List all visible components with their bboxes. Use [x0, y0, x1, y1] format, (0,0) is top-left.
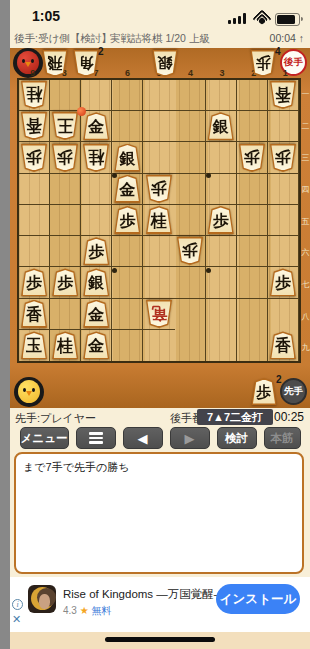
board-square-2一[interactable] [237, 80, 268, 111]
rank-label-二: 二 [301, 121, 310, 132]
board-square-5一[interactable] [143, 80, 174, 111]
rank-label-一: 一 [301, 89, 310, 100]
forward-button: ▶ [170, 427, 210, 449]
board-square-4二[interactable] [175, 111, 206, 142]
board-square-8七[interactable]: 歩 [50, 267, 81, 298]
piece-sente-歩[interactable]: 歩 [114, 206, 141, 234]
rank-label-九: 九 [301, 342, 310, 353]
board-square-1七[interactable]: 歩 [268, 267, 299, 298]
board-square-7五[interactable] [81, 205, 112, 236]
star-point [112, 268, 117, 273]
piece-gote-王[interactable]: 王 [52, 112, 79, 140]
hand-piece-gote-歩[interactable]: 歩 [250, 50, 276, 77]
sente-clock: 00:25 [274, 410, 304, 424]
board-square-2三[interactable]: 歩 [237, 142, 268, 173]
board-square-8四[interactable] [50, 174, 81, 205]
board-square-1四[interactable] [268, 174, 299, 205]
ad-app-icon[interactable] [28, 585, 56, 613]
piece-sente-香[interactable]: 香 [269, 331, 296, 359]
piece-sente-歩[interactable]: 歩 [52, 268, 79, 296]
piece-sente-桂[interactable]: 桂 [145, 206, 172, 234]
app-screen: 1:05 後手:受け側【検討】 実戦詰将棋 1/20 上級 00:04 ↑ 飛角… [10, 0, 310, 649]
last-move-badge: 7▲7二金打 [197, 409, 273, 425]
ad-info-icon[interactable]: i [12, 599, 23, 610]
menu-button[interactable]: メニュー [20, 427, 69, 449]
piece-sente-歩[interactable]: 歩 [83, 237, 110, 265]
board-square-4一[interactable] [175, 80, 206, 111]
board-square-2四[interactable] [237, 174, 268, 205]
piece-sente-銀[interactable]: 銀 [207, 112, 234, 140]
board-square-5二[interactable] [143, 111, 174, 142]
board-square-2二[interactable] [237, 111, 268, 142]
up-arrow-icon: ↑ [299, 32, 304, 44]
analyze-button[interactable]: 検討 [217, 427, 257, 449]
board-square-2六[interactable] [237, 236, 268, 267]
piece-sente-銀[interactable]: 銀 [114, 144, 141, 172]
ad-banner: i ✕ Rise of Kingdoms ―万国覚醒― 4.3 ★ 無料 インス… [10, 577, 310, 632]
result-text: まで7手で先手の勝ち [23, 461, 129, 473]
board-square-1九[interactable]: 香 [268, 330, 299, 361]
board-square-7七[interactable]: 銀 [81, 267, 112, 298]
board-square-5七[interactable] [143, 267, 174, 298]
board-square-1五[interactable] [268, 205, 299, 236]
piece-gote-歩[interactable]: 歩 [52, 144, 79, 172]
control-button-row: メニュー◀▶検討本筋 [10, 427, 310, 451]
piece-gote-香[interactable]: 香 [269, 81, 296, 109]
board-square-1六[interactable] [268, 236, 299, 267]
piece-sente-金[interactable]: 金 [83, 112, 110, 140]
board-square-1一[interactable]: 香 [268, 80, 299, 111]
game-info-row: 先手:プレイヤー 後手番 7▲7二金打 00:25 [10, 408, 310, 426]
file-label-9: 9 [23, 68, 43, 78]
board-square-5四[interactable]: 歩 [143, 174, 174, 205]
board-square-4七[interactable] [175, 267, 206, 298]
board-square-6三[interactable]: 銀 [112, 142, 143, 173]
sente-chick-icon [18, 380, 40, 403]
ad-price: 無料 [91, 605, 111, 616]
board-square-5九[interactable] [143, 330, 174, 361]
rank-label-三: 三 [301, 152, 310, 163]
board-square-7二[interactable]: 金 [81, 111, 112, 142]
piece-gote-歩[interactable]: 歩 [176, 237, 203, 265]
board-square-2八[interactable] [237, 299, 268, 330]
board-square-2七[interactable] [237, 267, 268, 298]
hand-count: 2 [98, 46, 104, 57]
rank-label-四: 四 [301, 184, 310, 195]
board-square-6九[interactable] [112, 330, 143, 361]
board-square-6六[interactable] [112, 236, 143, 267]
board-square-3六[interactable] [206, 236, 237, 267]
list-button[interactable] [76, 427, 116, 449]
sente-badge: 先手 [280, 378, 307, 405]
ad-subtitle: 4.3 ★ 無料 [63, 604, 111, 618]
mainline-button: 本筋 [264, 427, 301, 449]
ad-title[interactable]: Rise of Kingdoms ―万国覚醒― [63, 587, 225, 602]
header-title: 実戦詰将棋 1/20 上級 [110, 32, 210, 46]
file-label-6: 6 [117, 68, 137, 78]
board-square-7六[interactable]: 歩 [81, 236, 112, 267]
piece-sente-金[interactable]: 金 [83, 331, 110, 359]
piece-gote-竜[interactable]: 竜 [145, 300, 172, 328]
board-square-7三[interactable]: 桂 [81, 142, 112, 173]
piece-sente-香[interactable]: 香 [21, 300, 48, 328]
piece-gote-歩[interactable]: 歩 [145, 175, 172, 203]
board-square-7一[interactable] [81, 80, 112, 111]
piece-gote-桂[interactable]: 桂 [83, 144, 110, 172]
board-square-9一[interactable]: 桂 [19, 80, 50, 111]
board-square-1八[interactable] [268, 299, 299, 330]
piece-sente-玉[interactable]: 玉 [21, 331, 48, 359]
shogi-board[interactable]: 桂香香王金銀歩歩桂銀歩歩金歩歩桂歩歩歩歩歩銀歩香金竜玉桂金香 [17, 78, 301, 363]
comment-box[interactable]: まで7手で先手の勝ち [14, 452, 304, 574]
board-square-8二[interactable]: 王 [50, 111, 81, 142]
board-square-5六[interactable] [143, 236, 174, 267]
rank-label-六: 六 [301, 247, 310, 258]
board-square-6二[interactable] [112, 111, 143, 142]
board-square-5三[interactable] [143, 142, 174, 173]
board-square-6一[interactable] [112, 80, 143, 111]
board-square-4五[interactable] [175, 205, 206, 236]
board-square-6七[interactable] [112, 267, 143, 298]
board-square-1二[interactable] [268, 111, 299, 142]
board-square-8一[interactable] [50, 80, 81, 111]
gote-clock: 00:04 ↑ [270, 32, 304, 44]
board-square-3四[interactable] [206, 174, 237, 205]
file-label-4: 4 [181, 68, 201, 78]
board-zone: 飛角2銀歩4 後手 987654321 一二三四五六七八九 桂香香王金銀歩歩桂銀… [10, 48, 310, 408]
star-point [112, 173, 117, 178]
board-square-6五[interactable]: 歩 [112, 205, 143, 236]
ad-rating: 4.3 [63, 605, 77, 616]
star-point [206, 173, 211, 178]
board-square-1三[interactable]: 歩 [268, 142, 299, 173]
hand-piece-gote-飛[interactable]: 飛 [42, 50, 68, 77]
board-square-9五[interactable] [19, 205, 50, 236]
board-square-8五[interactable] [50, 205, 81, 236]
back-button[interactable]: ◀ [123, 427, 163, 449]
board-square-8三[interactable]: 歩 [50, 142, 81, 173]
ad-close-icon[interactable]: ✕ [12, 614, 21, 625]
piece-gote-香[interactable]: 香 [21, 112, 48, 140]
status-bar: 1:05 [10, 0, 310, 30]
rank-label-五: 五 [301, 216, 310, 227]
piece-sente-金[interactable]: 金 [114, 175, 141, 203]
hand-count: 2 [276, 374, 282, 385]
rank-label-八: 八 [301, 311, 310, 322]
board-square-3八[interactable] [206, 299, 237, 330]
board-square-9四[interactable] [19, 174, 50, 205]
home-indicator[interactable] [105, 637, 215, 642]
board-square-3九[interactable] [206, 330, 237, 361]
file-label-1: 1 [275, 68, 295, 78]
board-square-9八[interactable]: 香 [19, 299, 50, 330]
header-mode-label: 後手:受け側【検討】 [14, 32, 112, 46]
board-square-9二[interactable]: 香 [19, 111, 50, 142]
piece-sente-歩[interactable]: 歩 [207, 206, 234, 234]
board-square-4三[interactable] [175, 142, 206, 173]
hand-count: 4 [275, 46, 281, 57]
board-square-2五[interactable] [237, 205, 268, 236]
board-square-3二[interactable]: 銀 [206, 111, 237, 142]
board-square-7四[interactable] [81, 174, 112, 205]
piece-sente-歩[interactable]: 歩 [21, 268, 48, 296]
board-square-3一[interactable] [206, 80, 237, 111]
piece-gote-桂[interactable]: 桂 [21, 81, 48, 109]
board-square-6八[interactable] [112, 299, 143, 330]
board-square-9六[interactable] [19, 236, 50, 267]
sente-avatar [14, 377, 44, 407]
piece-gote-歩[interactable]: 歩 [269, 144, 296, 172]
file-label-3: 3 [212, 68, 232, 78]
board-square-4八[interactable] [175, 299, 206, 330]
board-square-7八[interactable]: 金 [81, 299, 112, 330]
board-square-4六[interactable]: 歩 [175, 236, 206, 267]
install-button[interactable]: インストール [216, 584, 300, 614]
board-square-8六[interactable] [50, 236, 81, 267]
star-icon: ★ [80, 605, 89, 616]
star-point [206, 268, 211, 273]
hand-piece-sente-歩[interactable]: 歩 [251, 378, 277, 405]
board-square-8八[interactable] [50, 299, 81, 330]
board-square-9九[interactable]: 玉 [19, 330, 50, 361]
board-square-6四[interactable]: 金 [112, 174, 143, 205]
hand-piece-gote-角[interactable]: 角 [73, 50, 99, 77]
piece-gote-歩[interactable]: 歩 [238, 144, 265, 172]
board-square-5五[interactable]: 桂 [143, 205, 174, 236]
board-square-3五[interactable]: 歩 [206, 205, 237, 236]
board-square-4四[interactable] [175, 174, 206, 205]
piece-sente-金[interactable]: 金 [83, 300, 110, 328]
wifi-icon [254, 12, 270, 24]
rank-label-七: 七 [301, 279, 310, 290]
board-square-9三[interactable]: 歩 [19, 142, 50, 173]
hand-piece-gote-銀[interactable]: 銀 [152, 50, 178, 77]
battery-icon [275, 13, 300, 26]
board-square-2九[interactable] [237, 330, 268, 361]
piece-sente-桂[interactable]: 桂 [52, 331, 79, 359]
game-header: 後手:受け側【検討】 実戦詰将棋 1/20 上級 00:04 ↑ [10, 30, 310, 48]
board-square-8九[interactable]: 桂 [50, 330, 81, 361]
board-square-4九[interactable] [175, 330, 206, 361]
signal-icon [228, 13, 248, 24]
board-square-3三[interactable] [206, 142, 237, 173]
sente-player-label: 先手:プレイヤー [15, 411, 96, 426]
board-square-7九[interactable]: 金 [81, 330, 112, 361]
clock-time: 1:05 [32, 8, 60, 24]
board-square-5八[interactable]: 竜 [143, 299, 174, 330]
piece-sente-銀[interactable]: 銀 [83, 268, 110, 296]
hamburger-icon [89, 432, 103, 444]
piece-gote-歩[interactable]: 歩 [21, 144, 48, 172]
piece-sente-歩[interactable]: 歩 [269, 268, 296, 296]
board-square-9七[interactable]: 歩 [19, 267, 50, 298]
